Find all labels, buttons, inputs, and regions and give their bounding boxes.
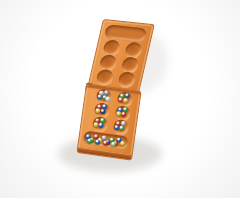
bead — [121, 111, 127, 117]
pit-top-1[interactable] — [102, 39, 122, 56]
photo-canvas — [0, 0, 240, 198]
pit-top-5[interactable] — [95, 69, 115, 86]
bead — [87, 138, 93, 144]
pit-top-6[interactable] — [117, 71, 137, 88]
bead — [100, 109, 106, 115]
bead — [98, 122, 104, 128]
board-bottom-half — [76, 83, 141, 160]
bead — [119, 125, 125, 131]
bead — [120, 141, 126, 147]
bead — [123, 98, 129, 104]
pit-bottom-6[interactable] — [112, 119, 129, 136]
pit-top-4[interactable] — [120, 56, 140, 73]
pit-bottom-5[interactable] — [92, 116, 109, 133]
pit-top-2[interactable] — [124, 42, 144, 59]
pit-top-3[interactable] — [98, 54, 118, 71]
bead — [103, 140, 109, 146]
bead — [111, 142, 117, 148]
bead — [105, 96, 111, 102]
bead — [95, 139, 101, 145]
